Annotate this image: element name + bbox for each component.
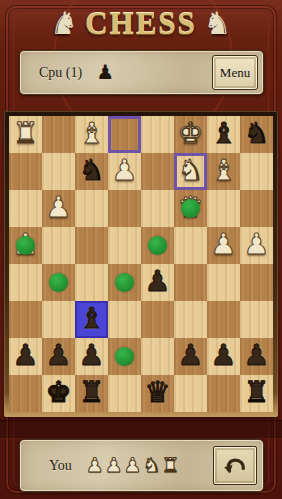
white-piece: ♟ bbox=[42, 189, 75, 226]
square-a6[interactable] bbox=[240, 301, 273, 338]
square-f3[interactable] bbox=[75, 190, 108, 227]
black-piece: ♟ bbox=[174, 337, 207, 374]
square-b2[interactable]: ♝ bbox=[207, 153, 240, 190]
black-piece: ♝ bbox=[207, 115, 240, 152]
square-b8[interactable] bbox=[207, 375, 240, 412]
square-h4[interactable]: ♟ bbox=[9, 227, 42, 264]
square-d3[interactable] bbox=[141, 190, 174, 227]
square-b3[interactable] bbox=[207, 190, 240, 227]
square-d6[interactable] bbox=[141, 301, 174, 338]
board-frame: ♜♝♚♝♞♞♟♞♝♟♛♟♟♟♟♝♟♟♟♟♟♟♚♜♛♜ bbox=[4, 111, 278, 417]
square-b4[interactable]: ♟ bbox=[207, 227, 240, 264]
square-c6[interactable] bbox=[174, 301, 207, 338]
square-c8[interactable] bbox=[174, 375, 207, 412]
square-e2[interactable]: ♟ bbox=[108, 153, 141, 190]
square-e3[interactable] bbox=[108, 190, 141, 227]
cpu-player-name: Cpu (1) bbox=[39, 65, 82, 81]
square-f8[interactable]: ♜ bbox=[75, 375, 108, 412]
square-f4[interactable] bbox=[75, 227, 108, 264]
white-piece: ♚ bbox=[174, 115, 207, 152]
legal-move-dot bbox=[181, 199, 200, 218]
black-piece: ♟ bbox=[207, 337, 240, 374]
square-a5[interactable] bbox=[240, 264, 273, 301]
square-f2[interactable]: ♞ bbox=[75, 153, 108, 190]
black-piece: ♜ bbox=[240, 374, 273, 411]
you-captured-tray: ♟♟♟♞♜ bbox=[86, 440, 180, 491]
square-d7[interactable] bbox=[141, 338, 174, 375]
square-c3[interactable]: ♛ bbox=[174, 190, 207, 227]
square-f5[interactable] bbox=[75, 264, 108, 301]
you-player-bar: You ♟♟♟♞♜ bbox=[19, 439, 264, 492]
white-piece: ♜ bbox=[9, 115, 42, 152]
black-piece: ♞ bbox=[75, 152, 108, 189]
captured-white-pawn-icon: ♟ bbox=[105, 440, 123, 491]
black-piece: ♝ bbox=[75, 300, 108, 337]
black-piece: ♟ bbox=[9, 337, 42, 374]
legal-move-dot bbox=[115, 273, 134, 292]
square-g4[interactable] bbox=[42, 227, 75, 264]
captured-white-rook-icon: ♜ bbox=[161, 440, 179, 491]
square-f1[interactable]: ♝ bbox=[75, 116, 108, 153]
square-c7[interactable]: ♟ bbox=[174, 338, 207, 375]
chess-app-screen: ♞ CHESS ♞ Cpu (1) ♟ Menu ♜♝♚♝♞♞♟♞♝♟♛♟♟♟♟… bbox=[0, 0, 282, 499]
square-e1[interactable] bbox=[108, 116, 141, 153]
square-g3[interactable]: ♟ bbox=[42, 190, 75, 227]
legal-move-dot bbox=[148, 236, 167, 255]
square-a1[interactable]: ♞ bbox=[240, 116, 273, 153]
black-piece: ♞ bbox=[240, 115, 273, 152]
square-b5[interactable] bbox=[207, 264, 240, 301]
menu-button[interactable]: Menu bbox=[212, 55, 258, 90]
square-d5[interactable]: ♟ bbox=[141, 264, 174, 301]
square-a3[interactable] bbox=[240, 190, 273, 227]
white-piece: ♟ bbox=[108, 152, 141, 189]
square-b7[interactable]: ♟ bbox=[207, 338, 240, 375]
black-piece: ♚ bbox=[42, 374, 75, 411]
square-h3[interactable] bbox=[9, 190, 42, 227]
legal-move-dot bbox=[115, 347, 134, 366]
square-g2[interactable] bbox=[42, 153, 75, 190]
square-f7[interactable]: ♟ bbox=[75, 338, 108, 375]
square-f6[interactable]: ♝ bbox=[75, 301, 108, 338]
square-c2[interactable]: ♞ bbox=[174, 153, 207, 190]
black-piece: ♟ bbox=[75, 337, 108, 374]
undo-arrow-icon bbox=[221, 453, 249, 479]
square-b1[interactable]: ♝ bbox=[207, 116, 240, 153]
square-h8[interactable] bbox=[9, 375, 42, 412]
below-board-band bbox=[0, 420, 282, 439]
black-piece: ♟ bbox=[42, 337, 75, 374]
cpu-player-bar: Cpu (1) ♟ Menu bbox=[19, 50, 264, 95]
captured-black-pawn-icon: ♟ bbox=[96, 51, 114, 94]
white-piece: ♞ bbox=[174, 152, 207, 189]
black-piece: ♜ bbox=[75, 374, 108, 411]
you-player-name: You bbox=[49, 458, 72, 474]
legal-move-dot bbox=[49, 273, 68, 292]
square-d4[interactable] bbox=[141, 227, 174, 264]
square-e7[interactable] bbox=[108, 338, 141, 375]
square-g7[interactable]: ♟ bbox=[42, 338, 75, 375]
square-d2[interactable] bbox=[141, 153, 174, 190]
square-g5[interactable] bbox=[42, 264, 75, 301]
square-b6[interactable] bbox=[207, 301, 240, 338]
black-piece: ♟ bbox=[240, 337, 273, 374]
legal-move-dot bbox=[16, 236, 35, 255]
captured-white-knight-icon: ♞ bbox=[143, 440, 161, 491]
square-a7[interactable]: ♟ bbox=[240, 338, 273, 375]
app-title: CHESS bbox=[85, 6, 197, 42]
square-c5[interactable] bbox=[174, 264, 207, 301]
square-e4[interactable] bbox=[108, 227, 141, 264]
undo-button[interactable] bbox=[213, 446, 257, 485]
square-a2[interactable] bbox=[240, 153, 273, 190]
white-piece: ♟ bbox=[207, 226, 240, 263]
knight-logo-right-icon: ♞ bbox=[204, 8, 232, 39]
square-g1[interactable] bbox=[42, 116, 75, 153]
square-d8[interactable]: ♛ bbox=[141, 375, 174, 412]
captured-white-pawn-icon: ♟ bbox=[86, 440, 104, 491]
chess-board: ♜♝♚♝♞♞♟♞♝♟♛♟♟♟♟♝♟♟♟♟♟♟♚♜♛♜ bbox=[9, 116, 273, 412]
square-c4[interactable] bbox=[174, 227, 207, 264]
square-e8[interactable] bbox=[108, 375, 141, 412]
white-piece: ♝ bbox=[75, 115, 108, 152]
square-e5[interactable] bbox=[108, 264, 141, 301]
square-h5[interactable] bbox=[9, 264, 42, 301]
square-a4[interactable]: ♟ bbox=[240, 227, 273, 264]
square-c1[interactable]: ♚ bbox=[174, 116, 207, 153]
square-d1[interactable] bbox=[141, 116, 174, 153]
cpu-captured-tray: ♟ bbox=[96, 51, 114, 94]
app-header: ♞ CHESS ♞ bbox=[0, 0, 282, 47]
square-h1[interactable]: ♜ bbox=[9, 116, 42, 153]
white-piece: ♝ bbox=[207, 152, 240, 189]
black-piece: ♛ bbox=[141, 374, 174, 411]
black-piece: ♟ bbox=[141, 263, 174, 300]
square-g6[interactable] bbox=[42, 301, 75, 338]
square-h7[interactable]: ♟ bbox=[9, 338, 42, 375]
knight-logo-left-icon: ♞ bbox=[50, 8, 78, 39]
captured-white-pawn-icon: ♟ bbox=[124, 440, 142, 491]
square-e6[interactable] bbox=[108, 301, 141, 338]
white-piece: ♟ bbox=[240, 226, 273, 263]
square-a8[interactable]: ♜ bbox=[240, 375, 273, 412]
square-h2[interactable] bbox=[9, 153, 42, 190]
square-h6[interactable] bbox=[9, 301, 42, 338]
square-g8[interactable]: ♚ bbox=[42, 375, 75, 412]
